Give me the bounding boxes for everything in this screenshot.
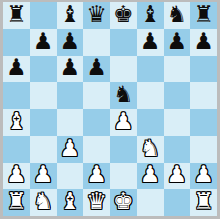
square-c8[interactable]: ♝	[57, 2, 84, 29]
square-e5[interactable]: ♞	[110, 82, 137, 109]
square-b8[interactable]	[30, 2, 57, 29]
square-d8[interactable]: ♛	[83, 2, 110, 29]
white-rook-a1[interactable]: ♜	[6, 190, 27, 213]
square-e7[interactable]	[110, 29, 137, 56]
white-pawn-d2[interactable]: ♟	[86, 163, 107, 186]
white-pawn-b2[interactable]: ♟	[33, 163, 54, 186]
square-a7[interactable]	[3, 29, 30, 56]
white-pawn-f2[interactable]: ♟	[140, 163, 161, 186]
square-d4[interactable]	[83, 109, 110, 136]
square-h6[interactable]	[190, 56, 217, 83]
square-d2[interactable]: ♟	[83, 163, 110, 190]
square-f3[interactable]: ♞	[137, 136, 164, 163]
white-rook-h1[interactable]: ♜	[193, 190, 214, 213]
square-c3[interactable]: ♟	[57, 136, 84, 163]
black-rook-a8[interactable]: ♜	[6, 3, 27, 26]
square-g6[interactable]	[164, 56, 191, 83]
square-h1[interactable]: ♜	[190, 189, 217, 216]
black-knight-e5[interactable]: ♞	[113, 83, 134, 106]
square-g8[interactable]: ♞	[164, 2, 191, 29]
square-f4[interactable]	[137, 109, 164, 136]
square-e8[interactable]: ♚	[110, 2, 137, 29]
square-d1[interactable]: ♛	[83, 189, 110, 216]
black-bishop-c8[interactable]: ♝	[60, 3, 81, 26]
square-h2[interactable]: ♟	[190, 163, 217, 190]
black-pawn-h7[interactable]: ♟	[193, 30, 214, 53]
square-b7[interactable]: ♟	[30, 29, 57, 56]
square-g5[interactable]	[164, 82, 191, 109]
square-f6[interactable]	[137, 56, 164, 83]
square-c4[interactable]	[57, 109, 84, 136]
square-a5[interactable]	[3, 82, 30, 109]
square-h5[interactable]	[190, 82, 217, 109]
chess-board: ♜♝♛♚♝♞♜♟♟♟♟♟♟♟♟♞♝♟♟♞♟♟♟♟♟♟♜♞♝♛♚♜	[3, 2, 217, 216]
square-b2[interactable]: ♟	[30, 163, 57, 190]
white-knight-b1[interactable]: ♞	[33, 190, 54, 213]
square-f5[interactable]	[137, 82, 164, 109]
black-pawn-f7[interactable]: ♟	[140, 30, 161, 53]
white-pawn-a2[interactable]: ♟	[6, 163, 27, 186]
square-a8[interactable]: ♜	[3, 2, 30, 29]
black-king-e8[interactable]: ♚	[113, 3, 134, 26]
white-knight-f3[interactable]: ♞	[140, 137, 161, 160]
square-g4[interactable]	[164, 109, 191, 136]
square-e1[interactable]: ♚	[110, 189, 137, 216]
square-b6[interactable]	[30, 56, 57, 83]
white-queen-d1[interactable]: ♛	[86, 190, 107, 213]
square-b4[interactable]	[30, 109, 57, 136]
square-b5[interactable]	[30, 82, 57, 109]
white-pawn-e4[interactable]: ♟	[113, 110, 134, 133]
white-bishop-c1[interactable]: ♝	[60, 190, 81, 213]
square-f7[interactable]: ♟	[137, 29, 164, 56]
square-a1[interactable]: ♜	[3, 189, 30, 216]
black-pawn-g7[interactable]: ♟	[167, 30, 188, 53]
black-pawn-a6[interactable]: ♟	[6, 56, 27, 79]
square-d3[interactable]	[83, 136, 110, 163]
square-d7[interactable]	[83, 29, 110, 56]
square-b1[interactable]: ♞	[30, 189, 57, 216]
square-c2[interactable]	[57, 163, 84, 190]
square-c6[interactable]: ♟	[57, 56, 84, 83]
square-g2[interactable]: ♟	[164, 163, 191, 190]
square-d5[interactable]	[83, 82, 110, 109]
square-a6[interactable]: ♟	[3, 56, 30, 83]
square-c5[interactable]	[57, 82, 84, 109]
square-d6[interactable]: ♟	[83, 56, 110, 83]
square-c7[interactable]: ♟	[57, 29, 84, 56]
white-king-e1[interactable]: ♚	[113, 190, 134, 213]
black-pawn-c7[interactable]: ♟	[60, 30, 81, 53]
square-h4[interactable]	[190, 109, 217, 136]
square-h8[interactable]: ♜	[190, 2, 217, 29]
square-e3[interactable]	[110, 136, 137, 163]
white-bishop-a4[interactable]: ♝	[6, 110, 27, 133]
square-b3[interactable]	[30, 136, 57, 163]
square-h3[interactable]	[190, 136, 217, 163]
black-knight-g8[interactable]: ♞	[167, 3, 188, 26]
black-pawn-b7[interactable]: ♟	[33, 30, 54, 53]
black-rook-h8[interactable]: ♜	[193, 3, 214, 26]
square-a2[interactable]: ♟	[3, 163, 30, 190]
board-frame: ♜♝♛♚♝♞♜♟♟♟♟♟♟♟♟♞♝♟♟♞♟♟♟♟♟♟♜♞♝♛♚♜	[0, 0, 220, 219]
square-c1[interactable]: ♝	[57, 189, 84, 216]
square-g7[interactable]: ♟	[164, 29, 191, 56]
white-pawn-h2[interactable]: ♟	[193, 163, 214, 186]
square-f2[interactable]: ♟	[137, 163, 164, 190]
black-queen-d8[interactable]: ♛	[86, 3, 107, 26]
black-pawn-d6[interactable]: ♟	[86, 56, 107, 79]
white-pawn-g2[interactable]: ♟	[167, 163, 188, 186]
square-a4[interactable]: ♝	[3, 109, 30, 136]
square-f8[interactable]: ♝	[137, 2, 164, 29]
square-e6[interactable]	[110, 56, 137, 83]
square-e2[interactable]	[110, 163, 137, 190]
square-g1[interactable]	[164, 189, 191, 216]
square-g3[interactable]	[164, 136, 191, 163]
black-pawn-c6[interactable]: ♟	[60, 56, 81, 79]
square-a3[interactable]	[3, 136, 30, 163]
black-bishop-f8[interactable]: ♝	[140, 3, 161, 26]
square-e4[interactable]: ♟	[110, 109, 137, 136]
white-pawn-c3[interactable]: ♟	[60, 137, 81, 160]
square-h7[interactable]: ♟	[190, 29, 217, 56]
square-f1[interactable]	[137, 189, 164, 216]
